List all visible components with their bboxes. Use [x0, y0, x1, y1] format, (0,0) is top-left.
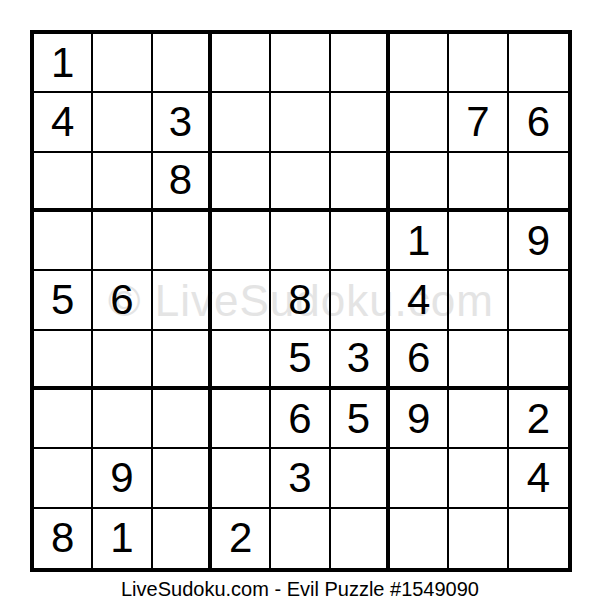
cell-r3c8[interactable]	[449, 153, 508, 212]
cell-r1c9[interactable]	[509, 34, 568, 93]
cell-r3c7[interactable]	[390, 153, 449, 212]
cell-r1c7[interactable]	[390, 34, 449, 93]
cell-r2c2[interactable]	[93, 93, 152, 152]
cell-r7c4[interactable]	[212, 390, 271, 449]
cell-r1c6[interactable]	[331, 34, 390, 93]
cell-r7c9[interactable]: 2	[509, 390, 568, 449]
cell-r9c6[interactable]	[331, 509, 390, 568]
cell-r9c5[interactable]	[271, 509, 330, 568]
cell-r3c9[interactable]	[509, 153, 568, 212]
cell-r4c9[interactable]: 9	[509, 212, 568, 271]
puzzle-page: © LiveSudoku.com 14376819568453665929348…	[0, 0, 600, 615]
cell-r5c1[interactable]: 5	[34, 271, 93, 330]
cell-r9c2[interactable]: 1	[93, 509, 152, 568]
cell-r8c4[interactable]	[212, 449, 271, 508]
cell-r2c7[interactable]	[390, 93, 449, 152]
cell-r8c9[interactable]: 4	[509, 449, 568, 508]
cell-r7c5[interactable]: 6	[271, 390, 330, 449]
cell-r9c9[interactable]	[509, 509, 568, 568]
cell-r2c9[interactable]: 6	[509, 93, 568, 152]
cell-r7c7[interactable]: 9	[390, 390, 449, 449]
cell-r7c1[interactable]	[34, 390, 93, 449]
sudoku-board: 1437681956845366592934812	[30, 30, 572, 572]
cell-r3c6[interactable]	[331, 153, 390, 212]
cell-r6c3[interactable]	[153, 331, 212, 390]
cell-r1c8[interactable]	[449, 34, 508, 93]
cell-r8c3[interactable]	[153, 449, 212, 508]
cell-r1c5[interactable]	[271, 34, 330, 93]
cell-r2c6[interactable]	[331, 93, 390, 152]
cell-r7c8[interactable]	[449, 390, 508, 449]
cell-r4c4[interactable]	[212, 212, 271, 271]
cell-r2c3[interactable]: 3	[153, 93, 212, 152]
cell-r1c1[interactable]: 1	[34, 34, 93, 93]
cell-r1c3[interactable]	[153, 34, 212, 93]
cell-r9c1[interactable]: 8	[34, 509, 93, 568]
cell-r5c3[interactable]	[153, 271, 212, 330]
cell-r3c5[interactable]	[271, 153, 330, 212]
cell-r4c6[interactable]	[331, 212, 390, 271]
cell-r6c8[interactable]	[449, 331, 508, 390]
cell-r5c6[interactable]	[331, 271, 390, 330]
cell-r3c3[interactable]: 8	[153, 153, 212, 212]
cell-r9c8[interactable]	[449, 509, 508, 568]
cell-r7c2[interactable]	[93, 390, 152, 449]
cell-r7c6[interactable]: 5	[331, 390, 390, 449]
cell-r6c7[interactable]: 6	[390, 331, 449, 390]
cell-r4c3[interactable]	[153, 212, 212, 271]
cell-r5c8[interactable]	[449, 271, 508, 330]
cell-r7c3[interactable]	[153, 390, 212, 449]
cell-r3c1[interactable]	[34, 153, 93, 212]
cell-r2c5[interactable]	[271, 93, 330, 152]
cell-r6c2[interactable]	[93, 331, 152, 390]
cell-r4c2[interactable]	[93, 212, 152, 271]
cell-r6c9[interactable]	[509, 331, 568, 390]
cell-r1c4[interactable]	[212, 34, 271, 93]
cell-r5c2[interactable]: 6	[93, 271, 152, 330]
cell-r9c3[interactable]	[153, 509, 212, 568]
cell-r5c4[interactable]	[212, 271, 271, 330]
cell-r4c5[interactable]	[271, 212, 330, 271]
cell-r6c1[interactable]	[34, 331, 93, 390]
cell-r8c7[interactable]	[390, 449, 449, 508]
cell-r5c9[interactable]	[509, 271, 568, 330]
cell-r9c4[interactable]: 2	[212, 509, 271, 568]
cell-r3c4[interactable]	[212, 153, 271, 212]
cell-r6c6[interactable]: 3	[331, 331, 390, 390]
cell-r9c7[interactable]	[390, 509, 449, 568]
cell-r2c4[interactable]	[212, 93, 271, 152]
cell-r8c1[interactable]	[34, 449, 93, 508]
cell-r6c4[interactable]	[212, 331, 271, 390]
cell-r8c5[interactable]: 3	[271, 449, 330, 508]
cell-r5c5[interactable]: 8	[271, 271, 330, 330]
cell-r1c2[interactable]	[93, 34, 152, 93]
cell-r2c8[interactable]: 7	[449, 93, 508, 152]
cell-r8c8[interactable]	[449, 449, 508, 508]
cell-r3c2[interactable]	[93, 153, 152, 212]
cell-r4c8[interactable]	[449, 212, 508, 271]
cell-r6c5[interactable]: 5	[271, 331, 330, 390]
cell-r4c1[interactable]	[34, 212, 93, 271]
cell-r5c7[interactable]: 4	[390, 271, 449, 330]
cell-r8c6[interactable]	[331, 449, 390, 508]
cell-r2c1[interactable]: 4	[34, 93, 93, 152]
cell-r4c7[interactable]: 1	[390, 212, 449, 271]
cell-r8c2[interactable]: 9	[93, 449, 152, 508]
caption: LiveSudoku.com - Evil Puzzle #1549090	[0, 578, 600, 601]
